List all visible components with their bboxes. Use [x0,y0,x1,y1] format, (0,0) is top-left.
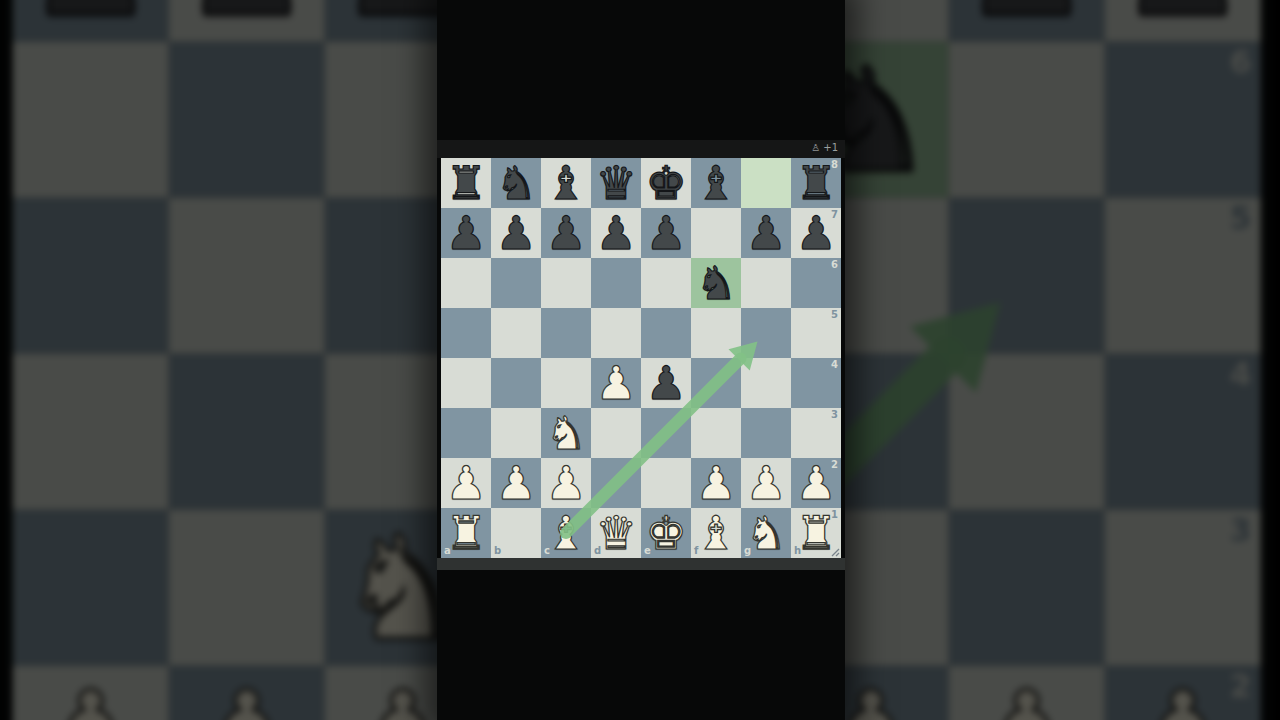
square-h5[interactable]: 5 [791,308,841,358]
piece-black-pawn[interactable]: ♟ [741,208,791,258]
square-c8[interactable]: ♝ [541,158,591,208]
piece-black-knight[interactable]: ♞ [691,258,741,308]
square-g2[interactable]: ♟ [741,458,791,508]
board-resize-handle-icon[interactable] [829,546,840,557]
square-a1[interactable]: ♜a [441,508,491,558]
material-advantage: +1 [823,142,838,154]
square-d6[interactable] [591,258,641,308]
square-b5[interactable] [491,308,541,358]
piece-black-pawn[interactable]: ♟ [641,208,691,258]
square-a4[interactable] [441,358,491,408]
square-c4[interactable] [541,358,591,408]
piece-white-bishop[interactable]: ♝ [541,508,591,558]
square-h4[interactable]: 4 [791,358,841,408]
piece-black-pawn[interactable]: ♟ [441,208,491,258]
square-c2[interactable]: ♟ [541,458,591,508]
piece-black-rook[interactable]: ♜ [441,158,491,208]
square-h8[interactable]: ♜8 [791,158,841,208]
square-f5[interactable] [691,308,741,358]
square-f2[interactable]: ♟ [691,458,741,508]
piece-black-pawn[interactable]: ♟ [791,208,841,258]
square-b4[interactable] [491,358,541,408]
rank-label-5: 5 [831,310,838,320]
square-c3[interactable]: ♞ [541,408,591,458]
square-d4[interactable]: ♟ [591,358,641,408]
square-f7[interactable] [691,208,741,258]
square-a6[interactable] [441,258,491,308]
square-f4[interactable] [691,358,741,408]
square-d7[interactable]: ♟ [591,208,641,258]
square-b6[interactable] [491,258,541,308]
piece-white-queen[interactable]: ♛ [591,508,641,558]
square-c5[interactable] [541,308,591,358]
piece-black-pawn[interactable]: ♟ [641,358,691,408]
square-g8[interactable] [741,158,791,208]
square-a3[interactable] [441,408,491,458]
piece-white-pawn[interactable]: ♟ [591,358,641,408]
square-b7[interactable]: ♟ [491,208,541,258]
piece-black-knight[interactable]: ♞ [491,158,541,208]
piece-white-pawn[interactable]: ♟ [541,458,591,508]
square-h3[interactable]: 3 [791,408,841,458]
rank-label-3: 3 [831,410,838,420]
square-d5[interactable] [591,308,641,358]
square-a7[interactable]: ♟ [441,208,491,258]
square-a5[interactable] [441,308,491,358]
square-e7[interactable]: ♟ [641,208,691,258]
square-d8[interactable]: ♛ [591,158,641,208]
piece-white-bishop[interactable]: ♝ [691,508,741,558]
piece-white-king[interactable]: ♚ [641,508,691,558]
piece-black-bishop[interactable]: ♝ [541,158,591,208]
square-h7[interactable]: ♟7 [791,208,841,258]
piece-black-pawn[interactable]: ♟ [591,208,641,258]
piece-white-knight[interactable]: ♞ [541,408,591,458]
square-a8[interactable]: ♜ [441,158,491,208]
square-g7[interactable]: ♟ [741,208,791,258]
square-f8[interactable]: ♝ [691,158,741,208]
square-e4[interactable]: ♟ [641,358,691,408]
piece-white-knight[interactable]: ♞ [741,508,791,558]
video-frame: ♙ +1 ♜♞♝♛♚♝♜8♟♟♟♟♟♟♟7♞65♟♟4♞3♟♟♟♟♟♟2♜ab♝… [437,0,845,720]
square-e2[interactable] [641,458,691,508]
square-e8[interactable]: ♚ [641,158,691,208]
square-c1[interactable]: ♝c [541,508,591,558]
square-a2[interactable]: ♟ [441,458,491,508]
piece-black-rook[interactable]: ♜ [791,158,841,208]
square-c6[interactable] [541,258,591,308]
square-b1[interactable]: b [491,508,541,558]
square-e5[interactable] [641,308,691,358]
square-e1[interactable]: ♚e [641,508,691,558]
square-f3[interactable] [691,408,741,458]
square-g1[interactable]: ♞g [741,508,791,558]
square-e6[interactable] [641,258,691,308]
square-g5[interactable] [741,308,791,358]
square-g4[interactable] [741,358,791,408]
piece-white-pawn[interactable]: ♟ [741,458,791,508]
piece-white-pawn[interactable]: ♟ [441,458,491,508]
chess-board: ♜♞♝♛♚♝♜8♟♟♟♟♟♟♟7♞65♟♟4♞3♟♟♟♟♟♟2♜ab♝c♛d♚e… [441,158,841,558]
piece-black-pawn[interactable]: ♟ [541,208,591,258]
piece-black-king[interactable]: ♚ [641,158,691,208]
square-b8[interactable]: ♞ [491,158,541,208]
square-f1[interactable]: ♝f [691,508,741,558]
square-d2[interactable] [591,458,641,508]
square-h2[interactable]: ♟2 [791,458,841,508]
piece-black-bishop[interactable]: ♝ [691,158,741,208]
piece-white-pawn[interactable]: ♟ [791,458,841,508]
rank-label-4: 4 [831,360,838,370]
piece-white-rook[interactable]: ♜ [441,508,491,558]
piece-black-queen[interactable]: ♛ [591,158,641,208]
square-f6[interactable]: ♞ [691,258,741,308]
square-b3[interactable] [491,408,541,458]
square-g6[interactable] [741,258,791,308]
captured-pawn-icon: ♙ [811,142,820,154]
piece-white-pawn[interactable]: ♟ [691,458,741,508]
square-g3[interactable] [741,408,791,458]
video-canvas: ♙+1 ♜♞♝♛♚♝♜8♟♟♟♟♟♟♟7♞65♟♟4♞3♟♟♟♟♟♟2♜ab♝c… [0,0,1280,720]
square-b2[interactable]: ♟ [491,458,541,508]
below-board-strip [437,558,845,570]
material-indicator: ♙ +1 [811,142,838,154]
square-c7[interactable]: ♟ [541,208,591,258]
square-h6[interactable]: 6 [791,258,841,308]
square-d3[interactable] [591,408,641,458]
square-e3[interactable] [641,408,691,458]
piece-black-pawn[interactable]: ♟ [491,208,541,258]
file-label-b: b [494,546,501,556]
rank-label-6: 6 [831,260,838,270]
square-d1[interactable]: ♛d [591,508,641,558]
piece-white-pawn[interactable]: ♟ [491,458,541,508]
